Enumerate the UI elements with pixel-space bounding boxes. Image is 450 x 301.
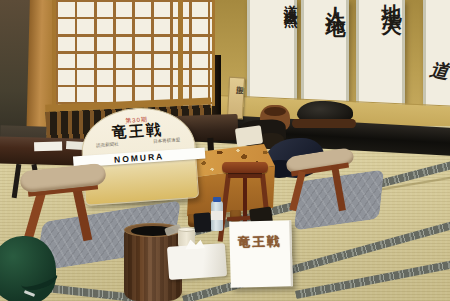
bottle-cap xyxy=(213,197,221,202)
shoji-screen xyxy=(52,0,215,106)
armrest-leg xyxy=(289,171,305,212)
black-case xyxy=(193,212,211,232)
armrest-leg xyxy=(73,189,93,242)
armrest-leg xyxy=(24,193,46,242)
suiseki-base xyxy=(292,119,356,128)
calligraphy-scroll-3: 地法天 xyxy=(356,0,405,113)
armrest-left xyxy=(18,165,110,243)
stool-top xyxy=(222,162,268,173)
water-bottle xyxy=(211,201,223,231)
calligraphy-scroll-1: 道法自然 xyxy=(247,0,297,110)
green-bag xyxy=(0,236,56,301)
shoji-frame xyxy=(178,0,183,106)
scroll-text: 道 xyxy=(428,57,450,86)
scroll-text: 道法自然 xyxy=(254,0,298,6)
scroll-text: 地法天 xyxy=(359,0,402,6)
bottle-label xyxy=(211,211,223,220)
tissue-box xyxy=(167,243,227,280)
event-floor-sign: 竜王戦 xyxy=(229,220,293,288)
calligraphy-scroll-2: 人法地 xyxy=(301,0,349,112)
calligraphy-scroll-4: 道 xyxy=(423,0,450,115)
scroll-text: 人法地 xyxy=(304,0,346,8)
shogi-match-room-photo: 道法自然 人法地 地法天 道 御上段 xyxy=(0,0,450,301)
floor-sign-title: 竜王戦 xyxy=(229,233,289,252)
alcove-placard: 御上段 xyxy=(227,77,245,120)
papers xyxy=(34,141,62,151)
bag-zipper xyxy=(24,290,35,297)
armrest-right xyxy=(286,150,358,214)
placard-text: 御上段 xyxy=(230,80,244,81)
armrest-leg xyxy=(331,165,346,212)
